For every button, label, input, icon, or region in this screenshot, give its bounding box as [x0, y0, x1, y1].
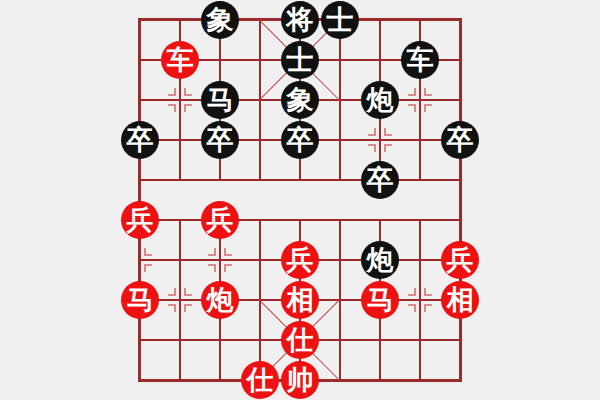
grid-line-vertical — [419, 220, 421, 380]
point-marker-corner — [424, 88, 432, 96]
point-marker-corner — [184, 304, 192, 312]
point-marker-corner — [424, 304, 432, 312]
point-marker-corner — [224, 264, 232, 272]
point-marker-corner — [144, 248, 152, 256]
piece-red-horse[interactable]: 马 — [121, 281, 159, 319]
piece-black-general[interactable]: 将 — [281, 1, 319, 39]
point-marker-corner — [224, 248, 232, 256]
piece-red-elephant[interactable]: 相 — [281, 281, 319, 319]
point-marker-corner — [424, 288, 432, 296]
piece-black-soldier[interactable]: 卒 — [201, 121, 239, 159]
point-marker-corner — [368, 144, 376, 152]
point-marker-corner — [384, 144, 392, 152]
piece-black-elephant[interactable]: 象 — [281, 81, 319, 119]
point-marker-corner — [408, 88, 416, 96]
piece-black-soldier[interactable]: 卒 — [121, 121, 159, 159]
point-marker-corner — [384, 128, 392, 136]
piece-red-advisor[interactable]: 仕 — [281, 321, 319, 359]
point-marker-corner — [368, 128, 376, 136]
point-marker-corner — [408, 104, 416, 112]
piece-black-soldier[interactable]: 卒 — [361, 161, 399, 199]
piece-red-soldier[interactable]: 兵 — [441, 241, 479, 279]
point-marker-corner — [168, 288, 176, 296]
piece-black-advisor[interactable]: 士 — [321, 1, 359, 39]
xiangqi-board[interactable]: 象将士车士车马象炮卒卒卒卒卒兵兵兵炮兵马炮相马相仕仕帅 — [0, 0, 600, 400]
piece-red-soldier[interactable]: 兵 — [281, 241, 319, 279]
point-marker-corner — [168, 88, 176, 96]
piece-black-elephant[interactable]: 象 — [201, 1, 239, 39]
piece-black-advisor[interactable]: 士 — [281, 41, 319, 79]
point-marker-corner — [408, 304, 416, 312]
point-marker-corner — [184, 104, 192, 112]
piece-red-cannon[interactable]: 炮 — [201, 281, 239, 319]
point-marker-corner — [168, 304, 176, 312]
point-marker-corner — [184, 88, 192, 96]
point-marker-corner — [424, 104, 432, 112]
piece-black-chariot[interactable]: 车 — [401, 41, 439, 79]
piece-black-soldier[interactable]: 卒 — [281, 121, 319, 159]
point-marker-corner — [168, 104, 176, 112]
point-marker-corner — [408, 288, 416, 296]
piece-red-general[interactable]: 帅 — [281, 361, 319, 399]
point-marker-corner — [144, 264, 152, 272]
piece-black-cannon[interactable]: 炮 — [361, 81, 399, 119]
piece-black-cannon[interactable]: 炮 — [361, 241, 399, 279]
point-marker-corner — [208, 264, 216, 272]
point-marker-corner — [208, 248, 216, 256]
piece-red-soldier[interactable]: 兵 — [121, 201, 159, 239]
piece-red-elephant[interactable]: 相 — [441, 281, 479, 319]
point-marker-corner — [184, 288, 192, 296]
piece-red-advisor[interactable]: 仕 — [241, 361, 279, 399]
xiangqi-app: 象将士车士车马象炮卒卒卒卒卒兵兵兵炮兵马炮相马相仕仕帅 — [0, 0, 600, 400]
piece-red-chariot[interactable]: 车 — [161, 41, 199, 79]
grid-line-vertical — [179, 220, 181, 380]
piece-red-soldier[interactable]: 兵 — [201, 201, 239, 239]
piece-red-horse[interactable]: 马 — [361, 281, 399, 319]
piece-black-soldier[interactable]: 卒 — [441, 121, 479, 159]
piece-black-horse[interactable]: 马 — [201, 81, 239, 119]
